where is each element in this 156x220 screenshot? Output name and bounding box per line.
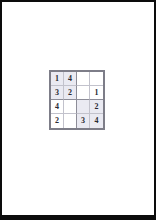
sudoku-board: 1432142234 xyxy=(49,70,105,130)
cell-r2c2[interactable]: 2 xyxy=(64,86,77,100)
cell-r4c1[interactable]: 2 xyxy=(51,114,64,128)
cell-r1c1[interactable]: 1 xyxy=(51,72,64,86)
cell-r3c2[interactable] xyxy=(64,100,77,114)
cell-r4c2[interactable] xyxy=(64,114,77,128)
cell-r1c4[interactable] xyxy=(90,72,103,86)
cell-r2c4[interactable]: 1 xyxy=(90,86,103,100)
cell-r4c3[interactable]: 3 xyxy=(77,114,90,128)
cell-r3c4[interactable]: 2 xyxy=(90,100,103,114)
cell-r3c1[interactable]: 4 xyxy=(51,100,64,114)
cell-r1c2[interactable]: 4 xyxy=(64,72,77,86)
cell-r2c3[interactable] xyxy=(77,86,90,100)
cell-r1c3[interactable] xyxy=(77,72,90,86)
cell-r3c3[interactable] xyxy=(77,100,90,114)
cell-r4c4[interactable]: 4 xyxy=(90,114,103,128)
cell-r2c1[interactable]: 3 xyxy=(51,86,64,100)
worksheet-page: 1432142234 xyxy=(0,0,156,220)
